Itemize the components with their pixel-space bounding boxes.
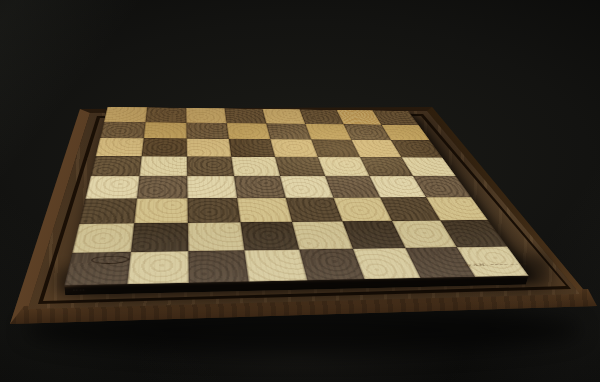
square-c7: [186, 122, 228, 138]
square-d1: [244, 249, 307, 281]
square-d8: [225, 108, 267, 123]
square-c5: [187, 156, 234, 176]
square-e8: [262, 109, 305, 124]
square-b8: [146, 107, 187, 122]
square-c4: [187, 176, 237, 198]
square-c6: [187, 139, 232, 157]
square-d4: [234, 176, 286, 198]
square-a1: [64, 252, 131, 286]
square-e7: [266, 123, 311, 139]
square-d7: [227, 123, 271, 139]
square-b4: [137, 176, 188, 198]
square-c3: [188, 198, 241, 223]
square-b6: [142, 138, 187, 156]
square-b5: [139, 156, 187, 176]
square-d6: [229, 139, 275, 157]
square-b3: [134, 198, 188, 223]
square-a6: [96, 138, 144, 156]
square-c8: [186, 108, 226, 123]
square-e5: [275, 157, 325, 176]
square-a2: [72, 223, 134, 252]
edge-stamp: ····: [73, 287, 86, 293]
square-b2: [131, 223, 188, 252]
square-c1: [188, 250, 248, 283]
square-e4: [280, 176, 333, 198]
square-a3: [79, 198, 137, 224]
square-d2: [240, 222, 299, 250]
square-b1: [127, 251, 188, 284]
square-d5: [231, 156, 280, 176]
board-photo: ~ ~ ~ by A.M., ~~~~ ~~~~ ····: [0, 0, 600, 382]
square-a5: [91, 156, 142, 176]
square-c2: [188, 222, 244, 251]
square-a8: [104, 107, 147, 122]
square-b7: [144, 122, 187, 138]
square-a7: [100, 122, 145, 139]
square-e6: [270, 139, 317, 157]
square-d3: [237, 198, 292, 223]
square-a4: [85, 176, 139, 198]
